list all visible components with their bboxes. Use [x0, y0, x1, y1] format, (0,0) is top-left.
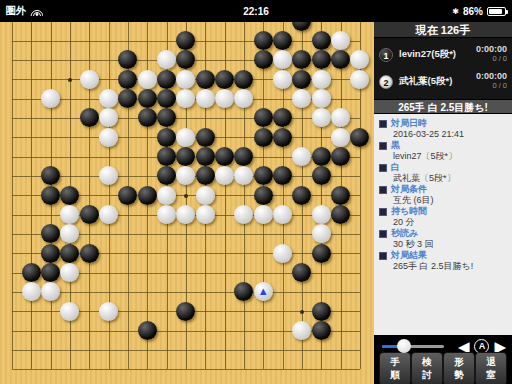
- stone-black: [215, 70, 234, 89]
- stone-black: [138, 321, 157, 340]
- list-bullet-icon: [379, 230, 387, 238]
- player-row-black[interactable]: 1 levin27(5段*) 0:00:00 0 / 0: [379, 41, 507, 68]
- sidebar: 現在 126手 1 levin27(5段*) 0:00:00 0 / 0 2 武…: [374, 22, 512, 384]
- stone-black: [157, 147, 176, 166]
- list-bullet-icon: [379, 186, 387, 194]
- stone-black: [41, 224, 60, 243]
- stone-white: [312, 89, 331, 108]
- stone-white: [60, 302, 79, 321]
- stone-black: [60, 244, 79, 263]
- stone-white: [176, 128, 195, 147]
- review-button[interactable]: 検討: [411, 352, 443, 384]
- list-bullet-icon: [379, 120, 387, 128]
- stone-black: [234, 70, 253, 89]
- list-bullet-icon: [379, 208, 387, 216]
- info-label-row: 白: [379, 162, 507, 173]
- battery-icon: [487, 7, 506, 16]
- stone-black: [196, 128, 215, 147]
- player-row-white[interactable]: 2 武礼葉(5段*) 0:00:00 0 / 0: [379, 68, 507, 95]
- stone-black: [118, 70, 137, 89]
- stone-white: [331, 108, 350, 127]
- stone-black: [138, 89, 157, 108]
- list-bullet-icon: [379, 142, 387, 150]
- info-label-row: 持ち時間: [379, 206, 507, 217]
- stone-black: [273, 128, 292, 147]
- stone-black: [157, 128, 176, 147]
- stone-black: [292, 263, 311, 282]
- star-point: [68, 78, 72, 82]
- stone-white: [215, 89, 234, 108]
- info-label-row: 対局日時: [379, 118, 507, 129]
- move-slider[interactable]: [382, 339, 444, 353]
- stone-black: [118, 89, 137, 108]
- stone-black: [292, 22, 311, 31]
- stone-white: [331, 128, 350, 147]
- stone-black: [22, 263, 41, 282]
- stone-black: [331, 147, 350, 166]
- stone-white: [41, 282, 60, 301]
- stone-black: [312, 321, 331, 340]
- stone-white: [60, 205, 79, 224]
- stone-white: [273, 244, 292, 263]
- player2-name: 武礼葉(5段*): [399, 75, 476, 88]
- stone-white: [22, 282, 41, 301]
- stone-white: [99, 302, 118, 321]
- stone-white: [292, 321, 311, 340]
- stone-white: [196, 186, 215, 205]
- stone-white: [196, 89, 215, 108]
- list-bullet-icon: [379, 164, 387, 172]
- stone-white: [157, 50, 176, 69]
- stone-black: [80, 205, 99, 224]
- stone-black: [331, 186, 350, 205]
- stone-black: [80, 244, 99, 263]
- info-label-row: 秒読み: [379, 228, 507, 239]
- stone-black: [138, 108, 157, 127]
- status-clock: 22:16: [0, 6, 512, 17]
- stone-white: [138, 70, 157, 89]
- stone-black: [254, 128, 273, 147]
- stone-white: [176, 205, 195, 224]
- game-info-list: 対局日時2016-03-25 21:41黒levin27〔5段*〕白武礼葉〔5段…: [374, 114, 512, 335]
- stone-white: [331, 31, 350, 50]
- stone-white: [234, 166, 253, 185]
- stone-black: [41, 186, 60, 205]
- stone-black: [254, 31, 273, 50]
- stone-white: [312, 224, 331, 243]
- stone-black: [176, 147, 195, 166]
- status-bar: 圏外 22:16 ✱ 86%: [0, 0, 512, 22]
- stone-white: [176, 89, 195, 108]
- stone-black: [138, 186, 157, 205]
- last-move-marker: ▲: [254, 282, 273, 301]
- stone-white: [176, 70, 195, 89]
- stone-black: [273, 31, 292, 50]
- info-label-row: 対局条件: [379, 184, 507, 195]
- stone-black: [312, 31, 331, 50]
- grid-line: [12, 369, 360, 370]
- result-banner: 265手 白 2.5目勝ち!: [374, 99, 512, 114]
- app-screen: 圏外 22:16 ✱ 86% ▲ 現在 126手 1 levin27(5段*) …: [0, 0, 512, 384]
- stone-black: [312, 244, 331, 263]
- stone-black: [254, 166, 273, 185]
- stone-black: [292, 186, 311, 205]
- slider-thumb[interactable]: [397, 339, 411, 353]
- stone-white: [350, 50, 369, 69]
- stone-black: [118, 186, 137, 205]
- stone-black: [196, 70, 215, 89]
- stone-black: [234, 147, 253, 166]
- stone-black: [80, 108, 99, 127]
- action-button-row: 手順 検討 形勢 退室: [374, 357, 512, 384]
- player1-name: levin27(5段*): [399, 48, 476, 61]
- stone-black: [273, 166, 292, 185]
- player2-periods: 0 / 0: [476, 82, 507, 90]
- stone-black: [196, 166, 215, 185]
- stone-black: [157, 89, 176, 108]
- stone-white: [60, 224, 79, 243]
- stone-black: [60, 186, 79, 205]
- stone-black: [41, 166, 60, 185]
- info-label-row: 黒: [379, 140, 507, 151]
- stone-black: [118, 50, 137, 69]
- stone-white: [157, 186, 176, 205]
- stone-black: [292, 50, 311, 69]
- stone-black: [41, 244, 60, 263]
- stone-white: [215, 166, 234, 185]
- stone-white: [292, 147, 311, 166]
- player2-clock: 0:00:00 0 / 0: [476, 72, 507, 90]
- stone-black: [176, 302, 195, 321]
- sequence-button[interactable]: 手順: [379, 352, 411, 384]
- stone-black: [312, 147, 331, 166]
- stone-white: [60, 263, 79, 282]
- stone-black: [254, 50, 273, 69]
- move-counter-header: 現在 126手: [374, 22, 512, 38]
- star-point: [184, 194, 188, 198]
- stone-black: [312, 302, 331, 321]
- stone-white: [41, 89, 60, 108]
- player2-badge: 2: [379, 75, 393, 89]
- stone-white: [273, 205, 292, 224]
- stone-black: [292, 70, 311, 89]
- assessment-button[interactable]: 形勢: [443, 352, 475, 384]
- stone-black: [331, 205, 350, 224]
- stone-white: [234, 89, 253, 108]
- stone-black: [176, 31, 195, 50]
- stone-white: [312, 205, 331, 224]
- stone-white: [99, 128, 118, 147]
- stone-black: [215, 147, 234, 166]
- stone-black: [157, 70, 176, 89]
- stone-white: [80, 70, 99, 89]
- stone-black: [254, 108, 273, 127]
- grid-line: [12, 350, 360, 351]
- info-value: 265手 白 2.5目勝ち!: [379, 261, 507, 272]
- stone-black: [176, 50, 195, 69]
- stone-white: [99, 89, 118, 108]
- stone-black: [350, 128, 369, 147]
- stone-black: [312, 50, 331, 69]
- stone-black: [273, 108, 292, 127]
- stone-black: [312, 166, 331, 185]
- stone-white: [157, 205, 176, 224]
- stone-white: [99, 108, 118, 127]
- stone-white: [312, 70, 331, 89]
- stone-white: [292, 89, 311, 108]
- stone-white: [312, 108, 331, 127]
- player1-badge: 1: [379, 48, 393, 62]
- player1-clock: 0:00:00 0 / 0: [476, 45, 507, 63]
- stone-white: ▲: [254, 282, 273, 301]
- stone-black: [41, 263, 60, 282]
- player1-periods: 0 / 0: [476, 55, 507, 63]
- stone-white: [176, 166, 195, 185]
- leave-button[interactable]: 退室: [475, 352, 507, 384]
- stone-white: [99, 205, 118, 224]
- stone-black: [331, 50, 350, 69]
- stone-black: [234, 282, 253, 301]
- star-point: [300, 310, 304, 314]
- stone-white: [254, 205, 273, 224]
- info-label-row: 対局結果: [379, 250, 507, 261]
- stone-black: [157, 108, 176, 127]
- grid-line: [12, 292, 360, 293]
- stone-white: [196, 205, 215, 224]
- stone-black: [196, 147, 215, 166]
- go-board[interactable]: ▲: [0, 22, 374, 384]
- players-panel: 1 levin27(5段*) 0:00:00 0 / 0 2 武礼葉(5段*) …: [374, 38, 512, 99]
- stone-white: [234, 205, 253, 224]
- stone-white: [273, 70, 292, 89]
- stone-white: [273, 50, 292, 69]
- list-bullet-icon: [379, 252, 387, 260]
- stone-white: [99, 166, 118, 185]
- stone-black: [157, 166, 176, 185]
- stone-black: [254, 186, 273, 205]
- stone-white: [350, 70, 369, 89]
